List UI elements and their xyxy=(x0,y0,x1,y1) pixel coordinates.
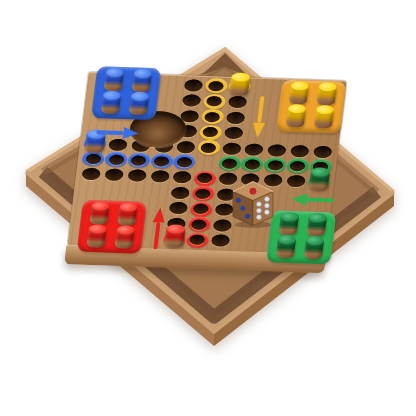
yellow-base-peg[interactable] xyxy=(314,104,335,128)
grid-cell-r7c6 xyxy=(193,170,218,186)
grid-cell-r3c6 xyxy=(200,109,225,125)
red-base-peg[interactable] xyxy=(86,224,107,248)
green-painted-ring xyxy=(241,157,265,173)
peg-hole xyxy=(197,173,213,183)
grid-cell-r6c7 xyxy=(217,156,242,172)
right-face-pip xyxy=(265,203,270,208)
grid-cell-r8c4 xyxy=(145,184,170,200)
yellow-base-peg[interactable] xyxy=(317,82,338,106)
peg-hole xyxy=(212,219,231,232)
red-base-peg[interactable] xyxy=(114,225,135,249)
red-painted-ring xyxy=(188,217,212,233)
peg-hole xyxy=(222,142,241,155)
blue-base-peg[interactable] xyxy=(104,67,125,91)
grid-cell-r5c11 xyxy=(310,143,335,159)
grid-cell-r1c6 xyxy=(204,78,229,94)
scene xyxy=(0,0,416,416)
yellow-base-peg[interactable] xyxy=(289,81,310,105)
peg-hole xyxy=(195,189,211,199)
peg-hole xyxy=(108,138,127,151)
yellow-base-slot xyxy=(280,106,311,130)
peg-hole xyxy=(226,111,245,124)
grid-cell-r10c6 xyxy=(187,216,212,232)
peg-hole xyxy=(286,175,305,188)
peg-hole xyxy=(127,170,146,183)
blue-painted-ring xyxy=(150,154,174,170)
red-base-peg[interactable] xyxy=(89,201,110,225)
grid-cell-r7c5 xyxy=(170,170,195,186)
peg-hole xyxy=(222,159,238,169)
peg-hole xyxy=(208,81,224,91)
red-home-base xyxy=(77,200,147,254)
grid-cell-r1c4 xyxy=(159,76,184,92)
grid-cell-r8c5 xyxy=(168,185,193,201)
peg-hole xyxy=(184,79,203,92)
green-base-peg[interactable] xyxy=(307,212,328,236)
grid-cell-r7c3 xyxy=(125,168,150,184)
blue-base-slot xyxy=(95,92,126,116)
grid-cell-r9c5 xyxy=(166,200,191,216)
grid-cell-r8c3 xyxy=(123,183,148,199)
grid-cell-r8c6 xyxy=(191,186,216,202)
blue-painted-ring xyxy=(172,154,196,170)
left-face-pip xyxy=(245,214,250,219)
peg-hole xyxy=(191,219,207,229)
blue-painted-ring xyxy=(82,151,106,167)
grid-cell-r6c8 xyxy=(240,156,265,172)
peg-hole xyxy=(228,96,247,109)
green-direction-arrow xyxy=(291,193,336,206)
red-painted-ring xyxy=(193,171,217,187)
grid-cell-r8c1 xyxy=(77,182,102,198)
blue-base-slot xyxy=(123,93,154,117)
grid-cell-r8c2 xyxy=(100,183,125,199)
left-face-pip xyxy=(240,206,245,211)
left-face-pip xyxy=(236,198,241,203)
grid-cell-r7c4 xyxy=(147,169,172,185)
peg-hole xyxy=(206,96,222,106)
grid-cell-r5c10 xyxy=(287,143,312,159)
yellow-painted-ring xyxy=(201,109,225,125)
top-face-pip xyxy=(250,188,257,195)
grid-cell-r6c4 xyxy=(149,153,174,169)
peg-hole xyxy=(267,144,286,157)
green-track-peg[interactable] xyxy=(308,168,330,193)
grid-cell-r9c6 xyxy=(189,201,214,217)
grid-cell-r6c3 xyxy=(127,153,152,169)
grid-cell-r2c5 xyxy=(180,93,205,109)
right-face-pip xyxy=(265,210,270,215)
peg-hole xyxy=(224,127,243,140)
grid-cell-r11c6 xyxy=(185,232,210,248)
grid-cell-r11c5 xyxy=(163,231,188,247)
green-base-peg[interactable] xyxy=(304,235,325,259)
red-base-peg[interactable] xyxy=(117,202,138,226)
peg-hole xyxy=(193,204,209,214)
green-painted-ring xyxy=(218,156,242,172)
grid-cell-r1c7 xyxy=(227,79,252,95)
peg-hole xyxy=(131,155,147,165)
green-base-slot xyxy=(270,236,301,260)
right-face-pip xyxy=(257,208,262,213)
grid-cell-r2c4 xyxy=(157,92,182,108)
peg-hole xyxy=(150,171,169,184)
peg-hole xyxy=(105,169,124,182)
ludo-board xyxy=(67,72,346,254)
right-face-pip xyxy=(257,215,262,220)
grid-cell-r6c2 xyxy=(104,152,129,168)
peg-hole xyxy=(245,143,264,156)
blue-painted-ring xyxy=(127,153,151,169)
peg-hole xyxy=(290,144,309,157)
peg-hole xyxy=(176,157,192,167)
red-base-slot xyxy=(109,227,140,251)
yellow-home-base xyxy=(276,80,346,134)
yellow-painted-ring xyxy=(197,140,221,156)
grid-cell-r2c6 xyxy=(202,93,227,109)
peg-hole xyxy=(85,154,101,164)
grid-cell-r5c7 xyxy=(219,140,244,156)
peg-hole xyxy=(173,171,192,184)
peg-hole xyxy=(108,155,124,165)
grid-cell-r6c6 xyxy=(195,155,220,171)
red-base-slot xyxy=(81,226,112,250)
grid-cell-r3c7 xyxy=(223,110,248,126)
green-home-base xyxy=(266,210,336,264)
grid-cell-r7c2 xyxy=(102,167,127,183)
right-face-pip xyxy=(265,197,270,202)
peg-hole xyxy=(153,156,169,166)
blue-base-peg[interactable] xyxy=(129,91,150,115)
peg-hole xyxy=(171,187,190,200)
yellow-painted-ring xyxy=(203,94,227,110)
grid-cell-r1c5 xyxy=(181,77,206,93)
green-painted-ring xyxy=(286,158,310,174)
green-base-slot xyxy=(298,237,329,261)
peg-hole xyxy=(290,161,306,171)
peg-hole xyxy=(211,234,230,247)
peg-hole xyxy=(176,141,195,154)
yellow-base-slot xyxy=(308,107,339,131)
peg-hole xyxy=(244,159,260,169)
peg-hole xyxy=(203,127,219,137)
grid-cell-r7c11 xyxy=(306,174,331,190)
peg-hole xyxy=(205,112,221,122)
yellow-base-peg[interactable] xyxy=(286,104,307,128)
peg-hole xyxy=(182,94,201,107)
red-track-peg[interactable] xyxy=(164,224,186,249)
red-painted-ring xyxy=(186,232,210,248)
red-painted-ring xyxy=(191,186,215,202)
dice[interactable] xyxy=(230,180,276,232)
green-base-peg[interactable] xyxy=(279,211,300,235)
yellow-painted-ring xyxy=(199,124,223,140)
grid-cell-r11c8 xyxy=(231,233,256,249)
peg-hole xyxy=(267,160,283,170)
peg-hole xyxy=(313,145,332,158)
grid-cell-r6c9 xyxy=(263,157,288,173)
peg-hole xyxy=(201,142,217,152)
grid-cell-r6c5 xyxy=(172,154,197,170)
blue-painted-ring xyxy=(104,152,128,168)
blue-home-base xyxy=(91,66,161,120)
grid-cell-r6c10 xyxy=(286,158,311,174)
peg-hole xyxy=(189,235,205,245)
green-base-peg[interactable] xyxy=(276,234,297,258)
green-painted-ring xyxy=(263,158,287,174)
grid-cell-r11c7 xyxy=(208,233,233,249)
blue-base-peg[interactable] xyxy=(101,90,122,114)
grid-cell-r7c1 xyxy=(79,166,104,182)
right-face-pip xyxy=(257,202,262,207)
grid-cell-r5c6 xyxy=(197,140,222,156)
grid-cell-r7c10 xyxy=(284,173,309,189)
grid-cell-r5c8 xyxy=(242,141,267,157)
yellow-painted-ring xyxy=(205,78,229,94)
peg-hole xyxy=(169,202,188,215)
peg-hole xyxy=(82,168,101,181)
yellow-track-peg[interactable] xyxy=(228,72,250,97)
blue-base-peg[interactable] xyxy=(132,68,153,92)
grid-cell-r4c6 xyxy=(198,124,223,140)
red-painted-ring xyxy=(189,201,213,217)
grid-cell-r5c9 xyxy=(265,142,290,158)
blue-direction-arrow xyxy=(94,126,139,139)
grid-cell-r4c7 xyxy=(221,125,246,141)
